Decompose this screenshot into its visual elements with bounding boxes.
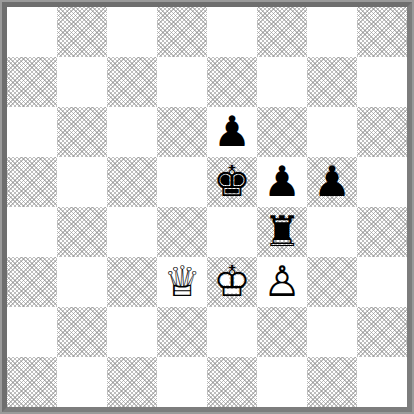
- square-b6[interactable]: [57, 107, 107, 157]
- square-c1[interactable]: [107, 357, 157, 407]
- square-d2[interactable]: [157, 307, 207, 357]
- square-c4[interactable]: [107, 207, 157, 257]
- square-f2[interactable]: [257, 307, 307, 357]
- black-pawn-glyph-icon: ♟: [207, 107, 257, 157]
- square-d7[interactable]: [157, 57, 207, 107]
- white-pawn-glyph-icon: ♙: [257, 257, 307, 307]
- square-h8[interactable]: [357, 7, 407, 57]
- square-h4[interactable]: [357, 207, 407, 257]
- square-b1[interactable]: [57, 357, 107, 407]
- square-c8[interactable]: [107, 7, 157, 57]
- white-queen-glyph-icon: ♕: [157, 257, 207, 307]
- square-a5[interactable]: [7, 157, 57, 207]
- square-a8[interactable]: [7, 7, 57, 57]
- square-b4[interactable]: [57, 207, 107, 257]
- square-a7[interactable]: [7, 57, 57, 107]
- square-f7[interactable]: [257, 57, 307, 107]
- square-b2[interactable]: [57, 307, 107, 357]
- square-d5[interactable]: [157, 157, 207, 207]
- white-king-piece[interactable]: ♚♔: [207, 257, 257, 307]
- square-g2[interactable]: [307, 307, 357, 357]
- black-pawn-glyph-icon: ♟: [257, 157, 307, 207]
- square-b7[interactable]: [57, 57, 107, 107]
- black-king-piece[interactable]: ♚: [207, 157, 257, 207]
- black-rook-glyph-icon: ♜: [257, 207, 307, 257]
- square-e3[interactable]: ♚♔: [207, 257, 257, 307]
- square-a4[interactable]: [7, 207, 57, 257]
- white-queen-piece[interactable]: ♛♕: [157, 257, 207, 307]
- square-d3[interactable]: ♛♕: [157, 257, 207, 307]
- square-b5[interactable]: [57, 157, 107, 207]
- black-king-glyph-icon: ♚: [207, 157, 257, 207]
- board-frame: ♟♚♟♟♜♛♕♚♔♟♙: [0, 0, 414, 414]
- square-g3[interactable]: [307, 257, 357, 307]
- square-e8[interactable]: [207, 7, 257, 57]
- square-f6[interactable]: [257, 107, 307, 157]
- white-king-glyph-icon: ♔: [207, 257, 257, 307]
- square-a2[interactable]: [7, 307, 57, 357]
- square-a6[interactable]: [7, 107, 57, 157]
- square-h6[interactable]: [357, 107, 407, 157]
- board-frame-inner-bevel: ♟♚♟♟♜♛♕♚♔♟♙: [2, 2, 412, 412]
- square-h2[interactable]: [357, 307, 407, 357]
- square-b8[interactable]: [57, 7, 107, 57]
- square-c6[interactable]: [107, 107, 157, 157]
- square-e4[interactable]: [207, 207, 257, 257]
- square-d8[interactable]: [157, 7, 207, 57]
- square-f1[interactable]: [257, 357, 307, 407]
- square-e7[interactable]: [207, 57, 257, 107]
- square-f5[interactable]: ♟: [257, 157, 307, 207]
- black-pawn-piece[interactable]: ♟: [307, 157, 357, 207]
- square-b3[interactable]: [57, 257, 107, 307]
- square-e6[interactable]: ♟: [207, 107, 257, 157]
- black-rook-piece[interactable]: ♜: [257, 207, 307, 257]
- black-pawn-piece[interactable]: ♟: [207, 107, 257, 157]
- square-g7[interactable]: [307, 57, 357, 107]
- white-pawn-piece[interactable]: ♟♙: [257, 257, 307, 307]
- square-e2[interactable]: [207, 307, 257, 357]
- black-pawn-piece[interactable]: ♟: [257, 157, 307, 207]
- square-f8[interactable]: [257, 7, 307, 57]
- square-h5[interactable]: [357, 157, 407, 207]
- square-f3[interactable]: ♟♙: [257, 257, 307, 307]
- square-a1[interactable]: [7, 357, 57, 407]
- square-f4[interactable]: ♜: [257, 207, 307, 257]
- square-g6[interactable]: [307, 107, 357, 157]
- square-c3[interactable]: [107, 257, 157, 307]
- chess-board: ♟♚♟♟♜♛♕♚♔♟♙: [7, 7, 407, 407]
- square-d6[interactable]: [157, 107, 207, 157]
- square-c2[interactable]: [107, 307, 157, 357]
- black-pawn-glyph-icon: ♟: [307, 157, 357, 207]
- square-g8[interactable]: [307, 7, 357, 57]
- square-d1[interactable]: [157, 357, 207, 407]
- square-g5[interactable]: ♟: [307, 157, 357, 207]
- square-e1[interactable]: [207, 357, 257, 407]
- square-g4[interactable]: [307, 207, 357, 257]
- square-a3[interactable]: [7, 257, 57, 307]
- square-h7[interactable]: [357, 57, 407, 107]
- square-c7[interactable]: [107, 57, 157, 107]
- square-c5[interactable]: [107, 157, 157, 207]
- square-h1[interactable]: [357, 357, 407, 407]
- square-g1[interactable]: [307, 357, 357, 407]
- square-e5[interactable]: ♚: [207, 157, 257, 207]
- square-h3[interactable]: [357, 257, 407, 307]
- square-d4[interactable]: [157, 207, 207, 257]
